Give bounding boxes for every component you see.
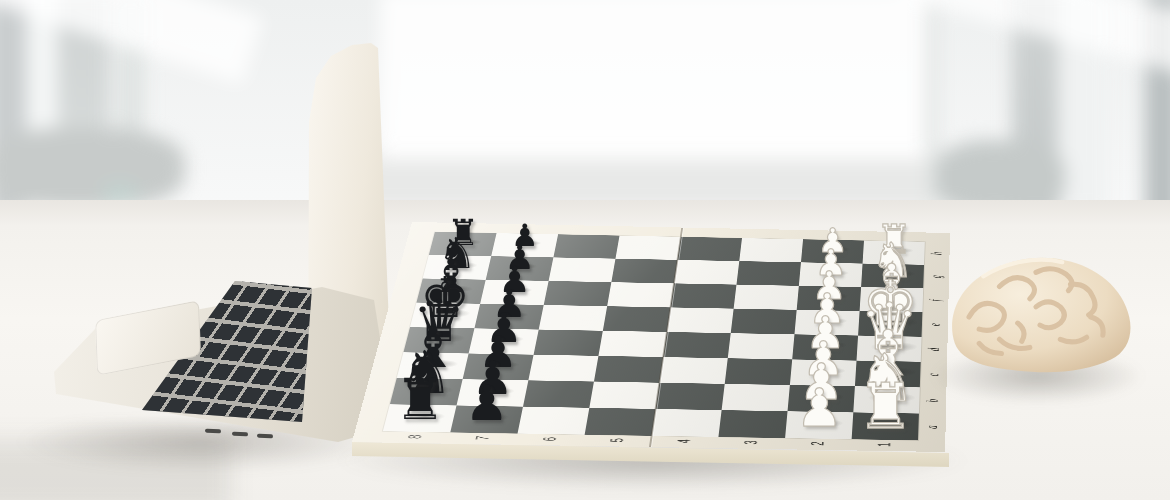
square-f2 — [797, 286, 861, 311]
square-a2 — [785, 411, 853, 439]
square-e5 — [603, 306, 671, 332]
square-d7 — [469, 328, 539, 354]
square-f7 — [480, 280, 548, 305]
rank-label: 7 — [472, 434, 495, 442]
square-b4 — [656, 383, 725, 410]
square-e1 — [858, 311, 922, 337]
square-g2 — [799, 262, 863, 287]
rank-label: 2 — [807, 439, 828, 447]
rank-label: 3 — [741, 438, 762, 446]
square-g8 — [423, 255, 491, 280]
square-b6 — [523, 380, 594, 407]
square-a8 — [383, 404, 457, 432]
square-h6 — [553, 234, 619, 258]
square-g5 — [611, 259, 677, 284]
square-h7 — [491, 233, 558, 257]
square-e7 — [474, 304, 543, 330]
rank-label: 8 — [404, 433, 427, 441]
square-c7 — [463, 353, 534, 380]
square-h8 — [429, 232, 497, 256]
square-f1 — [860, 287, 924, 312]
square-a6 — [518, 407, 590, 435]
square-e8 — [410, 303, 480, 329]
square-d6 — [534, 330, 603, 356]
square-a5 — [585, 408, 656, 436]
square-b1 — [853, 386, 920, 413]
background-shape — [0, 128, 185, 208]
square-d1 — [857, 336, 922, 362]
square-b5 — [589, 382, 659, 409]
square-g1 — [861, 264, 924, 289]
square-b3 — [722, 384, 790, 411]
square-g3 — [736, 261, 800, 286]
square-h3 — [739, 238, 803, 262]
rank-label: 5 — [606, 436, 628, 444]
background-shape — [380, 0, 940, 160]
square-e4 — [667, 307, 734, 333]
square-b8 — [390, 378, 463, 405]
square-f3 — [734, 285, 799, 310]
square-h1 — [863, 241, 925, 265]
square-a3 — [718, 410, 787, 438]
square-f4 — [670, 283, 736, 308]
square-h2 — [801, 239, 864, 263]
laptop-port — [257, 434, 273, 439]
square-f6 — [544, 281, 612, 306]
square-d5 — [598, 331, 666, 357]
square-d4 — [663, 332, 731, 358]
square-f5 — [607, 282, 674, 307]
board-surface: 87654321hgfedcba — [352, 222, 950, 452]
square-c4 — [659, 357, 727, 384]
square-h5 — [615, 236, 680, 260]
square-c5 — [594, 356, 663, 383]
square-h4 — [677, 237, 742, 261]
laptop-port — [205, 429, 221, 434]
square-g6 — [549, 257, 616, 282]
square-b2 — [788, 385, 855, 412]
square-e3 — [731, 309, 797, 335]
square-f8 — [416, 278, 485, 303]
square-c6 — [528, 355, 598, 382]
rank-label: 6 — [539, 435, 561, 443]
square-a4 — [652, 409, 722, 437]
square-d3 — [728, 333, 795, 359]
square-c3 — [725, 358, 792, 385]
square-c1 — [855, 361, 921, 388]
square-e2 — [794, 310, 859, 336]
square-c8 — [397, 352, 469, 379]
square-e6 — [539, 305, 607, 331]
square-b7 — [457, 379, 529, 406]
scene: 87654321hgfedcba ♜♞♝♛♚♝♞♜♟♟♟♟♟♟♟♟♟♟♟♟♟♟♟… — [0, 0, 1170, 500]
rank-label: 1 — [874, 441, 895, 449]
square-d8 — [403, 327, 474, 353]
square-a1 — [852, 412, 919, 440]
rank-label: 4 — [673, 437, 695, 445]
laptop-port — [232, 432, 248, 437]
brain-body — [952, 258, 1130, 372]
square-a7 — [450, 405, 523, 433]
square-d2 — [792, 334, 858, 360]
square-g4 — [674, 260, 739, 285]
brain-model — [938, 246, 1142, 388]
square-g7 — [486, 256, 554, 281]
square-c2 — [790, 359, 857, 386]
file-label: a — [922, 423, 942, 431]
